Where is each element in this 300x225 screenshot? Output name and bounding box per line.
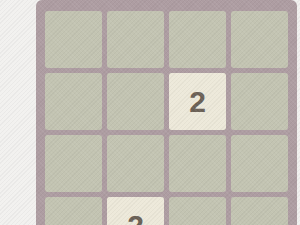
cell-r1c2: 2 xyxy=(169,73,226,130)
board-2048[interactable]: 22 xyxy=(36,0,297,225)
cell-r3c0 xyxy=(45,197,102,225)
cell-r0c3 xyxy=(231,11,288,68)
page: 22 xyxy=(0,0,300,225)
cell-r2c3 xyxy=(231,135,288,192)
cell-r2c1 xyxy=(107,135,164,192)
cell-r1c1 xyxy=(107,73,164,130)
cell-r3c1: 2 xyxy=(107,197,164,225)
cell-r1c3 xyxy=(231,73,288,130)
cell-r3c3 xyxy=(231,197,288,225)
tile-2-r3c1: 2 xyxy=(107,197,164,225)
tile-2-r1c2: 2 xyxy=(169,73,226,130)
cell-r2c2 xyxy=(169,135,226,192)
cell-r1c0 xyxy=(45,73,102,130)
cell-r0c0 xyxy=(45,11,102,68)
cell-r0c1 xyxy=(107,11,164,68)
cell-r3c2 xyxy=(169,197,226,225)
cell-r2c0 xyxy=(45,135,102,192)
cell-r0c2 xyxy=(169,11,226,68)
